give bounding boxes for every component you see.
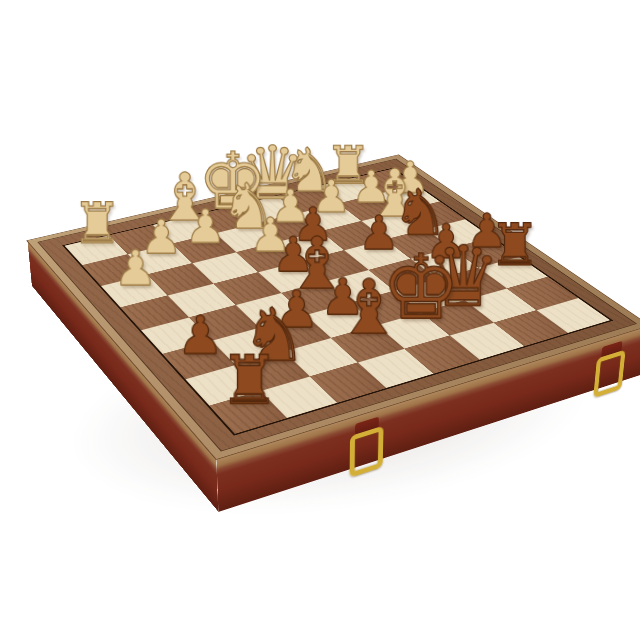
bishop-glyph: ♝	[335, 270, 404, 345]
brass-latch	[593, 339, 626, 398]
rook-glyph: ♜	[213, 347, 287, 414]
pawn-glyph: ♟	[103, 243, 168, 292]
latch-loop-icon	[593, 349, 625, 398]
product-photo-scene: ♜♝♚♛♞♜♟♟♞♟♟♟♟♟♟♝♟♟♟♞♝♟♟♟♟♟♜♞♝♚♛♜	[0, 0, 640, 640]
